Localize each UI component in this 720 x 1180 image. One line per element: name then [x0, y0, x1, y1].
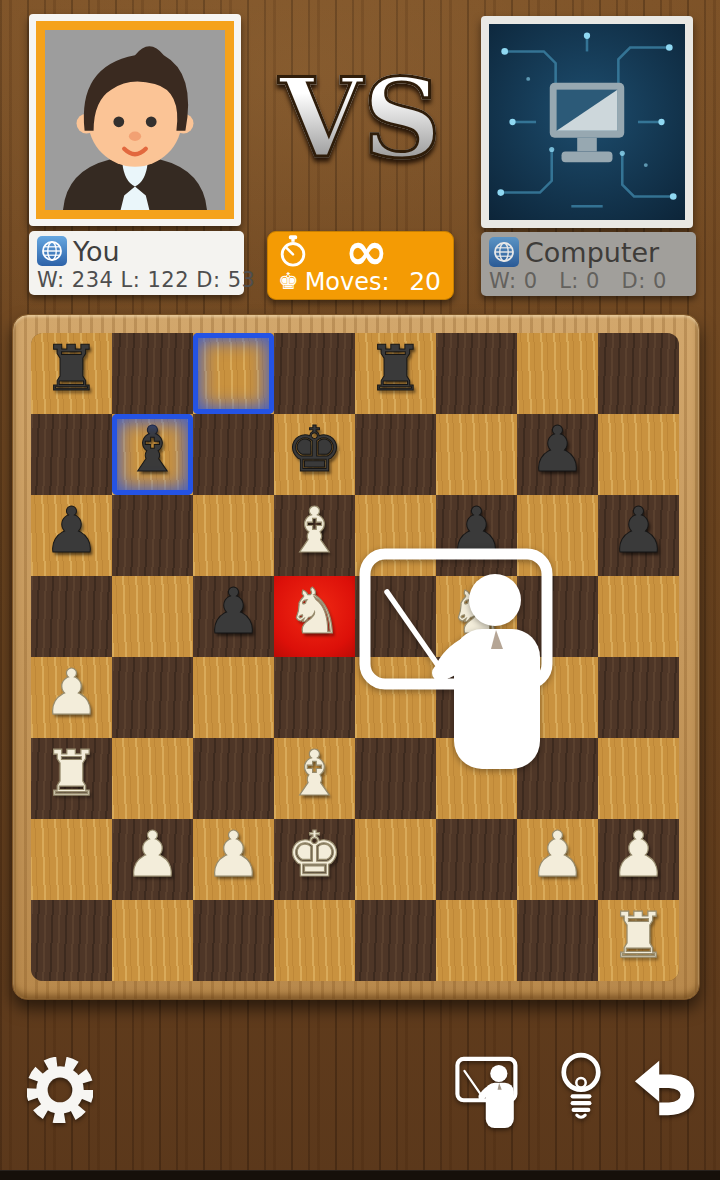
computer-name: Computer [525, 237, 659, 268]
black-piece-e8: ♜ [355, 333, 436, 409]
black-piece-b7: ♝ [112, 409, 193, 490]
white-piece-h2: ♟ [598, 814, 679, 895]
black-piece-d7: ♚ [274, 409, 355, 490]
square-a2[interactable] [31, 819, 112, 900]
vs-label: VS [248, 56, 472, 180]
square-c1[interactable] [193, 900, 274, 981]
square-b3[interactable] [112, 738, 193, 819]
square-g7[interactable]: ♟ [517, 414, 598, 495]
square-f7[interactable] [436, 414, 517, 495]
square-a8[interactable]: ♜ [31, 333, 112, 414]
black-piece-a6: ♟ [31, 490, 112, 571]
square-d3[interactable]: ♝ [274, 738, 355, 819]
lightbulb-icon [558, 1050, 604, 1126]
square-b1[interactable] [112, 900, 193, 981]
square-g1[interactable] [517, 900, 598, 981]
square-f1[interactable] [436, 900, 517, 981]
square-b8[interactable] [112, 333, 193, 414]
square-d7[interactable]: ♚ [274, 414, 355, 495]
teacher-thinking-overlay-icon [358, 545, 564, 771]
player-info-panel: You W: 234 L: 122 D: 53 [29, 231, 244, 295]
square-e7[interactable] [355, 414, 436, 495]
square-h5[interactable] [598, 576, 679, 657]
black-piece-c5: ♟ [193, 571, 274, 652]
computer-record: W: 0 L: 0 D: 0 [489, 269, 688, 293]
square-b6[interactable] [112, 495, 193, 576]
white-piece-g2: ♟ [517, 814, 598, 895]
square-f2[interactable] [436, 819, 517, 900]
square-h8[interactable] [598, 333, 679, 414]
square-a3[interactable]: ♜ [31, 738, 112, 819]
square-d6[interactable]: ♝ [274, 495, 355, 576]
white-piece-d3: ♝ [274, 733, 355, 814]
square-e8[interactable]: ♜ [355, 333, 436, 414]
square-d5[interactable]: ♞ [274, 576, 355, 657]
square-b2[interactable]: ♟ [112, 819, 193, 900]
teacher-hint-button[interactable] [448, 1056, 528, 1128]
infinity-icon: ∞ [308, 236, 425, 266]
square-c6[interactable] [193, 495, 274, 576]
square-h6[interactable]: ♟ [598, 495, 679, 576]
square-c7[interactable] [193, 414, 274, 495]
square-d1[interactable] [274, 900, 355, 981]
square-e1[interactable] [355, 900, 436, 981]
square-c3[interactable] [193, 738, 274, 819]
undo-icon [632, 1058, 700, 1120]
square-d8[interactable] [274, 333, 355, 414]
square-h4[interactable] [598, 657, 679, 738]
gear-icon [22, 1050, 98, 1128]
white-piece-d5: ♞ [274, 571, 355, 652]
globe-icon [37, 236, 67, 266]
boy-avatar [45, 30, 225, 210]
settings-button[interactable] [22, 1050, 98, 1128]
square-d2[interactable]: ♚ [274, 819, 355, 900]
square-b7[interactable]: ♝ [112, 414, 193, 495]
square-h2[interactable]: ♟ [598, 819, 679, 900]
square-b4[interactable] [112, 657, 193, 738]
black-piece-a8: ♜ [31, 333, 112, 409]
moves-value: 20 [409, 267, 443, 296]
undo-button[interactable] [632, 1058, 700, 1120]
square-a5[interactable] [31, 576, 112, 657]
white-piece-h1: ♜ [598, 895, 679, 976]
hint-button[interactable] [558, 1050, 604, 1126]
square-c5[interactable]: ♟ [193, 576, 274, 657]
moves-timer-box: ∞ ♚ Moves: 20 [267, 231, 454, 300]
white-piece-d6: ♝ [274, 490, 355, 571]
stopwatch-icon [278, 234, 308, 268]
square-a6[interactable]: ♟ [31, 495, 112, 576]
player-record: W: 234 L: 122 D: 53 [37, 268, 236, 292]
white-piece-b2: ♟ [112, 814, 193, 895]
player-name: You [73, 236, 120, 267]
square-c8[interactable] [193, 333, 274, 414]
square-h7[interactable] [598, 414, 679, 495]
player-avatar-frame [29, 14, 241, 226]
black-piece-g7: ♟ [517, 409, 598, 490]
teacher-icon [448, 1056, 528, 1128]
square-b5[interactable] [112, 576, 193, 657]
computer-avatar-frame [481, 16, 693, 228]
square-a7[interactable] [31, 414, 112, 495]
white-piece-a3: ♜ [31, 733, 112, 814]
square-c4[interactable] [193, 657, 274, 738]
chess-app-screen: You W: 234 L: 122 D: 53 VS [0, 0, 720, 1180]
square-h1[interactable]: ♜ [598, 900, 679, 981]
black-piece-h6: ♟ [598, 490, 679, 571]
white-piece-a4: ♟ [31, 652, 112, 733]
square-e2[interactable] [355, 819, 436, 900]
square-d4[interactable] [274, 657, 355, 738]
white-king-icon: ♚ [278, 270, 299, 293]
square-a4[interactable]: ♟ [31, 657, 112, 738]
square-g2[interactable]: ♟ [517, 819, 598, 900]
square-f8[interactable] [436, 333, 517, 414]
globe-icon [489, 237, 519, 267]
square-a1[interactable] [31, 900, 112, 981]
white-piece-c2: ♟ [193, 814, 274, 895]
board-grid: ♜♜♝♚♟♟♝♟♟♟♞♞♟♜♝♟♟♚♟♟♜ [31, 333, 679, 981]
square-h3[interactable] [598, 738, 679, 819]
player-avatar-border [36, 21, 234, 219]
moves-label: Moves: [305, 268, 390, 296]
bottom-bar [0, 1170, 720, 1180]
computer-monitor-icon [489, 24, 685, 220]
square-c2[interactable]: ♟ [193, 819, 274, 900]
computer-info-panel: Computer W: 0 L: 0 D: 0 [481, 232, 696, 296]
square-g8[interactable] [517, 333, 598, 414]
chess-board-frame: ♜♜♝♚♟♟♝♟♟♟♞♞♟♜♝♟♟♚♟♟♜ [12, 314, 700, 1000]
white-piece-d2: ♚ [274, 814, 355, 895]
